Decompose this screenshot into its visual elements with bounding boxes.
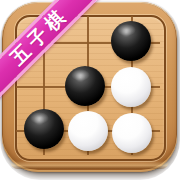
white-stone[interactable] [111,67,151,107]
gomoku-app-icon[interactable]: 五子棋 [0,0,180,180]
black-stone[interactable] [65,66,105,106]
black-stone[interactable] [111,21,151,61]
black-stone[interactable] [24,109,64,149]
white-stone[interactable] [68,111,108,151]
white-stone[interactable] [112,113,152,153]
